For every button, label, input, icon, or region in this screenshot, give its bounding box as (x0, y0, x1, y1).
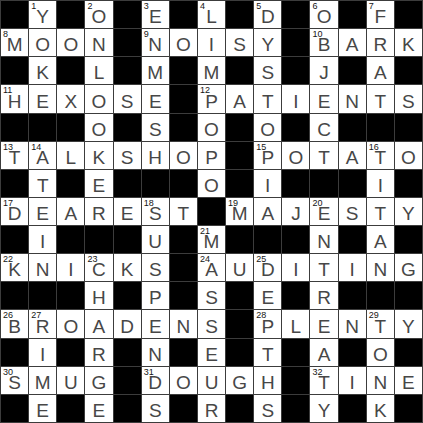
cell-letter: O (29, 35, 56, 55)
cell-letter: H (142, 148, 169, 168)
cell-r10c7 (170, 254, 197, 281)
cell-r14c14[interactable]: N (367, 367, 394, 394)
cell-r3c2[interactable]: K (29, 57, 56, 84)
cell-r4c6[interactable]: E (142, 85, 169, 112)
cell-letter: S (114, 92, 141, 112)
cell-r6c7[interactable]: O (170, 142, 197, 169)
cell-letter: A (29, 148, 56, 168)
cell-letter: L (85, 63, 112, 83)
cell-r8c14[interactable]: T (367, 198, 394, 225)
cell-letter: A (367, 63, 394, 83)
cell-letter: N (142, 345, 169, 365)
cell-letter: E (85, 401, 112, 421)
cell-r15c14[interactable]: K (367, 395, 394, 422)
cell-r8c8 (198, 198, 225, 225)
cell-r5c11 (282, 114, 309, 141)
cell-r6c11[interactable]: O (282, 142, 309, 169)
cell-r14c3[interactable]: U (57, 367, 84, 394)
cell-r3c5 (114, 57, 141, 84)
cell-r11c13 (339, 282, 366, 309)
cell-r5c6[interactable]: S (142, 114, 169, 141)
cell-r12c2[interactable]: 27R (29, 310, 56, 337)
cell-r8c5[interactable]: E (114, 198, 141, 225)
cell-letter: M (29, 373, 56, 393)
cell-letter: E (142, 7, 169, 27)
cell-r10c12[interactable]: T (310, 254, 337, 281)
cell-r14c6[interactable]: 31D (142, 367, 169, 394)
cell-r13c12[interactable]: A (310, 339, 337, 366)
cell-letter: D (114, 317, 141, 337)
cell-r15c10[interactable]: S (254, 395, 281, 422)
cell-letter: L (282, 317, 309, 337)
cell-letter: O (198, 120, 225, 140)
cell-r6c3[interactable]: L (57, 142, 84, 169)
cell-letter: T (310, 373, 337, 393)
cell-letter: R (367, 35, 394, 55)
cell-letter: T (367, 92, 394, 112)
cell-letter: O (57, 35, 84, 55)
cell-r15c7 (170, 395, 197, 422)
cell-r8c7[interactable]: T (170, 198, 197, 225)
cell-r13c8[interactable]: E (198, 339, 225, 366)
cell-r13c3 (57, 339, 84, 366)
cell-letter: S (198, 288, 225, 308)
cell-r10c13[interactable]: I (339, 254, 366, 281)
cell-letter: C (310, 120, 337, 140)
cell-letter: S (142, 120, 169, 140)
cell-r10c1[interactable]: 22K (1, 254, 28, 281)
cell-letter: T (367, 148, 394, 168)
cell-r11c12[interactable]: R (310, 282, 337, 309)
cell-r11c4[interactable]: H (85, 282, 112, 309)
cell-letter: U (226, 260, 253, 280)
cell-letter: A (339, 148, 366, 168)
cell-r7c14[interactable]: I (367, 170, 394, 197)
cell-r7c8[interactable]: O (198, 170, 225, 197)
cell-r15c9 (226, 395, 253, 422)
cell-r8c6[interactable]: 18S (142, 198, 169, 225)
cell-r8c9[interactable]: 19M (226, 198, 253, 225)
cell-r11c7 (170, 282, 197, 309)
cell-r6c4[interactable]: K (85, 142, 112, 169)
cell-r15c8[interactable]: R (198, 395, 225, 422)
cell-r2c12[interactable]: 10B (310, 29, 337, 56)
cell-r1c4[interactable]: 2O (85, 1, 112, 28)
cell-r5c8[interactable]: O (198, 114, 225, 141)
cell-letter: T (310, 148, 337, 168)
cell-r4c4[interactable]: O (85, 85, 112, 112)
cell-r10c2[interactable]: N (29, 254, 56, 281)
cell-r7c3 (57, 170, 84, 197)
cell-letter: A (254, 204, 281, 224)
cell-r15c2[interactable]: E (29, 395, 56, 422)
cell-r11c15 (395, 282, 422, 309)
cell-r5c7 (170, 114, 197, 141)
cell-letter: N (170, 317, 197, 337)
cell-r12c15[interactable]: Y (395, 310, 422, 337)
cell-r8c3[interactable]: A (57, 198, 84, 225)
cell-r6c12[interactable]: T (310, 142, 337, 169)
cell-r1c8[interactable]: 4L (198, 1, 225, 28)
cell-letter: N (142, 35, 169, 55)
cell-letter: N (367, 260, 394, 280)
cell-letter: O (367, 345, 394, 365)
cell-r5c12[interactable]: C (310, 114, 337, 141)
cell-r10c11[interactable]: I (282, 254, 309, 281)
cell-r4c5[interactable]: S (114, 85, 141, 112)
cell-r2c9[interactable]: S (226, 29, 253, 56)
cell-r13c4[interactable]: R (85, 339, 112, 366)
cell-r11c11 (282, 282, 309, 309)
cell-r6c8[interactable]: P (198, 142, 225, 169)
cell-r3c14[interactable]: A (367, 57, 394, 84)
cell-letter: E (142, 317, 169, 337)
cell-letter: S (114, 148, 141, 168)
cell-letter: O (57, 317, 84, 337)
cell-r8c13[interactable]: S (339, 198, 366, 225)
cell-r5c13 (339, 114, 366, 141)
cell-r13c15 (395, 339, 422, 366)
cell-r5c2 (29, 114, 56, 141)
cell-letter: Y (310, 401, 337, 421)
cell-r4c14[interactable]: T (367, 85, 394, 112)
cell-letter: N (367, 373, 394, 393)
cell-r6c15[interactable]: O (395, 142, 422, 169)
cell-r12c4[interactable]: A (85, 310, 112, 337)
cell-r4c2[interactable]: E (29, 85, 56, 112)
cell-letter: S (142, 260, 169, 280)
cell-r10c6[interactable]: S (142, 254, 169, 281)
cell-r10c3[interactable]: I (57, 254, 84, 281)
cell-letter: S (395, 92, 422, 112)
cell-r10c8[interactable]: 24A (198, 254, 225, 281)
cell-r14c13[interactable]: I (339, 367, 366, 394)
cell-r1c11 (282, 1, 309, 28)
cell-letter: A (57, 204, 84, 224)
cell-r6c9 (226, 142, 253, 169)
cell-r5c9 (226, 114, 253, 141)
cell-r12c6[interactable]: E (142, 310, 169, 337)
cell-r12c8[interactable]: S (198, 310, 225, 337)
cell-letter: T (1, 148, 28, 168)
cell-r14c8[interactable]: U (198, 367, 225, 394)
cell-letter: S (339, 204, 366, 224)
cell-r11c3 (57, 282, 84, 309)
cell-r14c5 (114, 367, 141, 394)
cell-r9c12[interactable]: N (310, 226, 337, 253)
cell-r2c5 (114, 29, 141, 56)
cell-letter: N (85, 35, 112, 55)
cell-r5c5 (114, 114, 141, 141)
cell-letter: T (254, 92, 281, 112)
cell-r12c14[interactable]: 29T (367, 310, 394, 337)
cell-r15c4[interactable]: E (85, 395, 112, 422)
cell-r4c10[interactable]: T (254, 85, 281, 112)
cell-r12c11[interactable]: L (282, 310, 309, 337)
cell-letter: N (339, 92, 366, 112)
cell-r14c7[interactable]: O (170, 367, 197, 394)
cell-letter: C (85, 260, 112, 280)
cell-r14c12[interactable]: 32T (310, 367, 337, 394)
cell-letter: O (254, 120, 281, 140)
cell-r7c6 (142, 170, 169, 197)
cell-letter: L (57, 148, 84, 168)
cell-letter: F (367, 7, 394, 27)
cell-r2c8[interactable]: I (198, 29, 225, 56)
cell-letter: O (170, 148, 197, 168)
cell-r15c11 (282, 395, 309, 422)
cell-r10c5[interactable]: K (114, 254, 141, 281)
cell-r7c15 (395, 170, 422, 197)
cell-r5c14 (367, 114, 394, 141)
cell-r8c15[interactable]: Y (395, 198, 422, 225)
cell-r10c15[interactable]: G (395, 254, 422, 281)
cell-letter: S (198, 317, 225, 337)
cell-r1c1 (1, 1, 28, 28)
cell-r3c8[interactable]: M (198, 57, 225, 84)
cell-r14c4[interactable]: G (85, 367, 112, 394)
cell-letter: P (142, 288, 169, 308)
cell-r8c1[interactable]: 17D (1, 198, 28, 225)
cell-r2c7[interactable]: O (170, 29, 197, 56)
cell-r11c1 (1, 282, 28, 309)
cell-letter: R (85, 204, 112, 224)
cell-letter: D (254, 260, 281, 280)
cell-r5c1 (1, 114, 28, 141)
cell-r10c10[interactable]: 25D (254, 254, 281, 281)
cell-letter: R (310, 288, 337, 308)
cell-r8c11[interactable]: J (282, 198, 309, 225)
cell-letter: I (198, 35, 225, 55)
cell-r9c8[interactable]: 21M (198, 226, 225, 253)
cell-letter: A (226, 92, 253, 112)
cell-r8c2[interactable]: E (29, 198, 56, 225)
cell-r4c15[interactable]: S (395, 85, 422, 112)
cell-letter: K (1, 260, 28, 280)
cell-r9c14[interactable]: A (367, 226, 394, 253)
cell-r15c13 (339, 395, 366, 422)
cell-r1c14[interactable]: 7F (367, 1, 394, 28)
cell-r9c10 (254, 226, 281, 253)
cell-r3c4[interactable]: L (85, 57, 112, 84)
cell-letter: P (198, 148, 225, 168)
cell-letter: H (1, 92, 28, 112)
cell-r3c12[interactable]: J (310, 57, 337, 84)
cell-letter: T (254, 345, 281, 365)
cell-letter: P (254, 148, 281, 168)
cell-r3c6[interactable]: M (142, 57, 169, 84)
cell-r14c15[interactable]: E (395, 367, 422, 394)
cell-r2c10[interactable]: Y (254, 29, 281, 56)
cell-r4c9[interactable]: A (226, 85, 253, 112)
cell-letter: G (85, 373, 112, 393)
cell-r1c3 (57, 1, 84, 28)
cell-r1c13 (339, 1, 366, 28)
cell-r12c5[interactable]: D (114, 310, 141, 337)
cell-r1c7 (170, 1, 197, 28)
cell-letter: A (367, 232, 394, 252)
cell-letter: I (367, 176, 394, 196)
cell-r11c8[interactable]: S (198, 282, 225, 309)
cell-letter: E (29, 401, 56, 421)
cell-letter: T (29, 176, 56, 196)
cell-r3c7 (170, 57, 197, 84)
cell-letter: O (85, 92, 112, 112)
cell-r4c7 (170, 85, 197, 112)
cell-r2c11 (282, 29, 309, 56)
cell-letter: H (85, 288, 112, 308)
cell-letter: A (310, 345, 337, 365)
cell-letter: T (170, 204, 197, 224)
cell-r2c1[interactable]: 8M (1, 29, 28, 56)
cell-letter: E (310, 317, 337, 337)
cell-r1c2[interactable]: 1Y (29, 1, 56, 28)
cell-r9c2[interactable]: I (29, 226, 56, 253)
cell-r12c10[interactable]: 28P (254, 310, 281, 337)
cell-r4c11[interactable]: I (282, 85, 309, 112)
cell-letter: T (367, 317, 394, 337)
cell-r6c10[interactable]: 15P (254, 142, 281, 169)
cell-r4c8[interactable]: 12P (198, 85, 225, 112)
cell-r15c1 (1, 395, 28, 422)
cell-r6c14[interactable]: 16T (367, 142, 394, 169)
cell-r13c10[interactable]: T (254, 339, 281, 366)
cell-r14c11 (282, 367, 309, 394)
cell-r3c3 (57, 57, 84, 84)
cell-letter: I (282, 92, 309, 112)
cell-r14c10[interactable]: H (254, 367, 281, 394)
cell-letter: M (198, 63, 225, 83)
cell-r13c2[interactable]: I (29, 339, 56, 366)
cell-letter: I (29, 345, 56, 365)
cell-r2c4[interactable]: N (85, 29, 112, 56)
cell-letter: G (395, 260, 422, 280)
cell-letter: I (282, 260, 309, 280)
cell-r15c12[interactable]: Y (310, 395, 337, 422)
cell-letter: I (254, 176, 281, 196)
cell-r4c3[interactable]: X (57, 85, 84, 112)
cell-r9c4 (85, 226, 112, 253)
cell-r8c10[interactable]: A (254, 198, 281, 225)
cell-r12c13[interactable]: N (339, 310, 366, 337)
cell-r13c6[interactable]: N (142, 339, 169, 366)
cell-letter: E (29, 92, 56, 112)
cell-r1c15 (395, 1, 422, 28)
cell-letter: P (254, 317, 281, 337)
cell-r1c12[interactable]: 6O (310, 1, 337, 28)
cell-r1c6[interactable]: 3E (142, 1, 169, 28)
cell-r5c3 (57, 114, 84, 141)
cell-r5c10[interactable]: O (254, 114, 281, 141)
cell-letter: R (29, 317, 56, 337)
cell-r8c12[interactable]: 20E (310, 198, 337, 225)
cell-r1c10[interactable]: 5D (254, 1, 281, 28)
cell-r9c13 (339, 226, 366, 253)
cell-letter: U (142, 232, 169, 252)
cell-r4c13[interactable]: N (339, 85, 366, 112)
cell-letter: H (254, 373, 281, 393)
cell-r12c7[interactable]: N (170, 310, 197, 337)
cell-letter: O (395, 148, 422, 168)
cell-r10c14[interactable]: N (367, 254, 394, 281)
cell-r12c1[interactable]: 26B (1, 310, 28, 337)
cell-r2c6[interactable]: 9N (142, 29, 169, 56)
cell-r2c3[interactable]: O (57, 29, 84, 56)
cell-letter: E (29, 204, 56, 224)
cell-r3c13 (339, 57, 366, 84)
cell-r13c1 (1, 339, 28, 366)
cell-r9c6[interactable]: U (142, 226, 169, 253)
cell-r2c2[interactable]: O (29, 29, 56, 56)
cell-letter: I (57, 260, 84, 280)
cell-r3c11 (282, 57, 309, 84)
cell-r14c2[interactable]: M (29, 367, 56, 394)
cell-letter: T (367, 204, 394, 224)
cell-r13c5 (114, 339, 141, 366)
cell-r14c1[interactable]: 30S (1, 367, 28, 394)
cell-letter: A (339, 35, 366, 55)
cell-letter: R (198, 401, 225, 421)
cell-r8c4[interactable]: R (85, 198, 112, 225)
cell-r6c5[interactable]: S (114, 142, 141, 169)
cell-r14c9[interactable]: G (226, 367, 253, 394)
cell-r12c12[interactable]: E (310, 310, 337, 337)
cell-r7c2[interactable]: T (29, 170, 56, 197)
cell-r7c10[interactable]: I (254, 170, 281, 197)
cell-letter: O (170, 373, 197, 393)
cell-r15c6[interactable]: S (142, 395, 169, 422)
cell-letter: K (85, 148, 112, 168)
cell-letter: O (198, 176, 225, 196)
cell-r13c14[interactable]: O (367, 339, 394, 366)
cell-letter: E (310, 92, 337, 112)
cell-letter: M (226, 204, 253, 224)
cell-letter: D (1, 204, 28, 224)
cell-letter: E (310, 204, 337, 224)
cell-letter: Y (29, 7, 56, 27)
cell-letter: E (85, 176, 112, 196)
cell-r10c4[interactable]: 23C (85, 254, 112, 281)
cell-r5c4[interactable]: O (85, 114, 112, 141)
cell-r12c9 (226, 310, 253, 337)
cell-r7c1 (1, 170, 28, 197)
cell-r10c9[interactable]: U (226, 254, 253, 281)
cell-r6c2[interactable]: 14A (29, 142, 56, 169)
cell-r3c15 (395, 57, 422, 84)
cell-r9c7 (170, 226, 197, 253)
cell-letter: O (170, 35, 197, 55)
cell-r13c7 (170, 339, 197, 366)
cell-r3c10[interactable]: S (254, 57, 281, 84)
cell-r13c9 (226, 339, 253, 366)
cell-r2c15[interactable]: K (395, 29, 422, 56)
cell-r12c3[interactable]: O (57, 310, 84, 337)
cell-r15c15 (395, 395, 422, 422)
cell-r7c4[interactable]: E (85, 170, 112, 197)
cell-r6c13[interactable]: A (339, 142, 366, 169)
cell-r4c1[interactable]: 11H (1, 85, 28, 112)
cell-r6c6[interactable]: H (142, 142, 169, 169)
cell-r11c6[interactable]: P (142, 282, 169, 309)
cell-r6c1[interactable]: 13T (1, 142, 28, 169)
cell-r2c13[interactable]: A (339, 29, 366, 56)
cell-r2c14[interactable]: R (367, 29, 394, 56)
cell-r4c12[interactable]: E (310, 85, 337, 112)
cell-r11c9 (226, 282, 253, 309)
cell-r7c11 (282, 170, 309, 197)
cell-letter: Y (254, 35, 281, 55)
cell-r11c10[interactable]: E (254, 282, 281, 309)
